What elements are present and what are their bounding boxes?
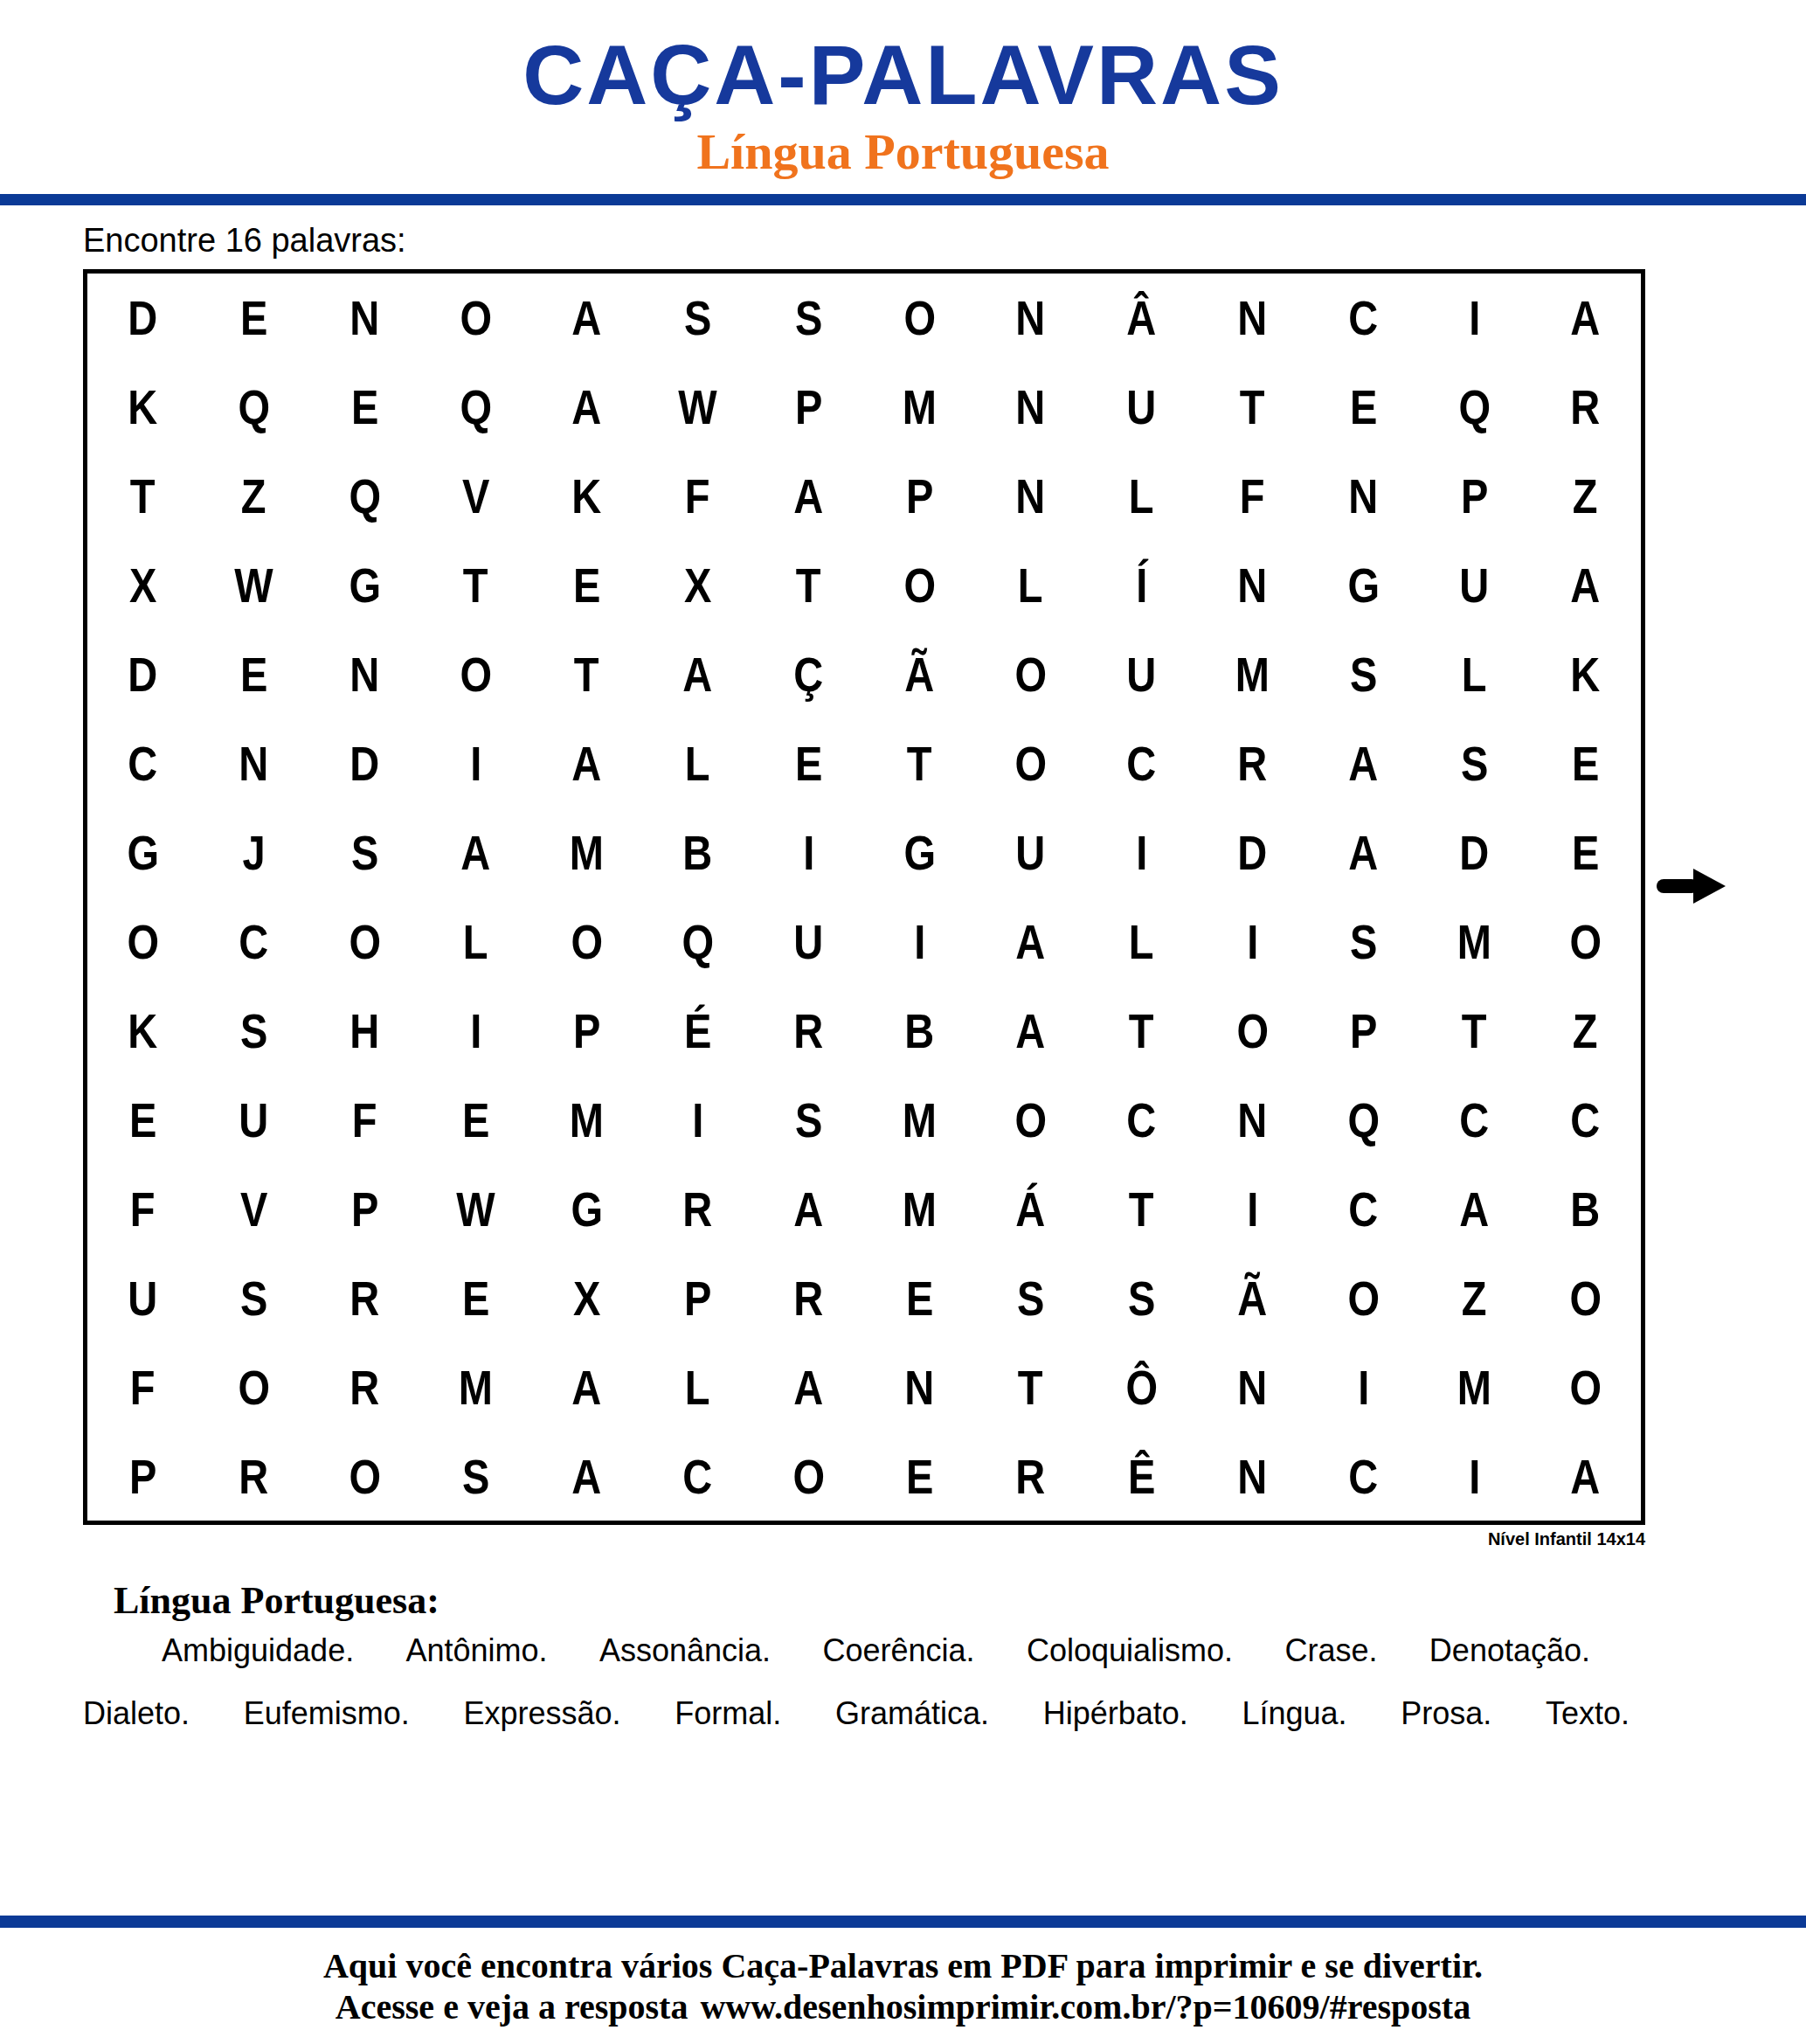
grid-cell-r14c3[interactable]: O: [309, 1431, 420, 1521]
grid-cell-r11c11[interactable]: I: [1197, 1164, 1308, 1253]
grid-letter: U: [1016, 824, 1046, 881]
grid-cell-r5c6[interactable]: A: [642, 630, 753, 719]
grid-cell-r5c13[interactable]: L: [1419, 630, 1530, 719]
grid-cell-r3c4[interactable]: V: [420, 452, 531, 541]
grid-letter: A: [1460, 1181, 1490, 1237]
grid-cell-r3c13[interactable]: P: [1419, 452, 1530, 541]
grid-letter: L: [1462, 646, 1487, 703]
grid-letter: O: [1014, 1091, 1047, 1148]
grid-letter: N: [1238, 289, 1268, 346]
grid-cell-r11c9[interactable]: Á: [975, 1164, 1086, 1253]
grid-cell-r11c4[interactable]: W: [420, 1164, 531, 1253]
grid-cell-r4c8[interactable]: O: [864, 541, 975, 630]
grid-letter: U: [239, 1091, 269, 1148]
grid-cell-r10c12[interactable]: Q: [1308, 1075, 1419, 1164]
grid-letter: B: [683, 824, 713, 881]
grid-cell-r4c9[interactable]: L: [975, 541, 1086, 630]
grid-cell-r6c4[interactable]: I: [420, 719, 531, 808]
grid-letter: P: [573, 1002, 600, 1059]
word-item: Prosa.: [1401, 1695, 1491, 1732]
grid-cell-r8c7[interactable]: U: [753, 897, 864, 987]
grid-cell-r12c10[interactable]: S: [1086, 1253, 1197, 1342]
grid-cell-r5c8[interactable]: Ã: [864, 630, 975, 719]
grid-cell-r5c5[interactable]: T: [531, 630, 642, 719]
grid-cell-r9c8[interactable]: B: [864, 986, 975, 1075]
grid-cell-r11c2[interactable]: V: [198, 1164, 309, 1253]
grid-cell-r8c8[interactable]: I: [864, 897, 975, 987]
grid-cell-r6c13[interactable]: S: [1419, 719, 1530, 808]
grid-cell-r7c2[interactable]: J: [198, 808, 309, 897]
grid-cell-r9c4[interactable]: I: [420, 986, 531, 1075]
grid-cell-r12c1[interactable]: U: [87, 1253, 198, 1342]
page: CAÇA-PALAVRAS Língua Portuguesa Encontre…: [0, 0, 1806, 2044]
grid-cell-r14c8[interactable]: E: [864, 1431, 975, 1521]
grid-letter: W: [678, 378, 716, 435]
word-list-line-1: Ambiguidade.Antônimo.Assonância.Coerênci…: [162, 1632, 1590, 1669]
grid-cell-r3c7[interactable]: A: [753, 452, 864, 541]
grid-cell-r3c12[interactable]: N: [1308, 452, 1419, 541]
grid-cell-r4c6[interactable]: X: [642, 541, 753, 630]
grid-cell-r3c3[interactable]: Q: [309, 452, 420, 541]
grid-cell-r13c9[interactable]: T: [975, 1342, 1086, 1431]
grid-cell-r5c3[interactable]: N: [309, 630, 420, 719]
grid-cell-r10c5[interactable]: M: [531, 1075, 642, 1164]
grid-letter: P: [684, 1270, 711, 1327]
grid-cell-r7c4[interactable]: A: [420, 808, 531, 897]
grid-letter: É: [684, 1002, 711, 1059]
grid-letter: P: [129, 1448, 156, 1505]
grid-cell-r1c5[interactable]: A: [531, 274, 642, 363]
grid-cell-r9c9[interactable]: A: [975, 986, 1086, 1075]
instruction-text: Encontre 16 palavras:: [83, 222, 406, 260]
grid-cell-r10c7[interactable]: S: [753, 1075, 864, 1164]
grid-letter: V: [462, 468, 489, 524]
grid-cell-r8c5[interactable]: O: [531, 897, 642, 987]
grid-letter: S: [1350, 646, 1377, 703]
grid-cell-r8c9[interactable]: A: [975, 897, 1086, 987]
grid-letter: Z: [1573, 468, 1598, 524]
grid-cell-r11c3[interactable]: P: [309, 1164, 420, 1253]
grid-letter: U: [1460, 557, 1490, 613]
grid-letter: S: [351, 824, 378, 881]
grid-cell-r8c14[interactable]: O: [1530, 897, 1641, 987]
grid-letter: R: [1571, 378, 1601, 435]
grid-letter: C: [239, 913, 269, 970]
grid-letter: O: [1569, 1270, 1602, 1327]
grid-cell-r14c13[interactable]: I: [1419, 1431, 1530, 1521]
grid-cell-r2c3[interactable]: E: [309, 363, 420, 452]
grid-letter: N: [1238, 1359, 1268, 1416]
grid-cell-r13c10[interactable]: Ô: [1086, 1342, 1197, 1431]
grid-cell-r13c5[interactable]: A: [531, 1342, 642, 1431]
grid-letter: O: [349, 913, 381, 970]
grid-cell-r7c10[interactable]: I: [1086, 808, 1197, 897]
grid-letter: N: [1016, 378, 1046, 435]
grid-letter: A: [572, 289, 602, 346]
grid-cell-r5c14[interactable]: K: [1530, 630, 1641, 719]
grid-letter: P: [351, 1181, 378, 1237]
grid-cell-r2c5[interactable]: A: [531, 363, 642, 452]
grid-cell-r5c1[interactable]: D: [87, 630, 198, 719]
grid-cell-r13c4[interactable]: M: [420, 1342, 531, 1431]
grid-letter: O: [1014, 735, 1047, 792]
grid-letter: P: [795, 378, 822, 435]
grid-cell-r14c5[interactable]: A: [531, 1431, 642, 1521]
grid-cell-r12c11[interactable]: Ã: [1197, 1253, 1308, 1342]
grid-cell-r13c8[interactable]: N: [864, 1342, 975, 1431]
grid-cell-r10c2[interactable]: U: [198, 1075, 309, 1164]
grid-letter: O: [127, 913, 159, 970]
grid-cell-r1c7[interactable]: S: [753, 274, 864, 363]
grid-letter: Á: [1016, 1181, 1046, 1237]
grid-letter: N: [350, 646, 380, 703]
grid-letter: K: [572, 468, 602, 524]
grid-cell-r5c7[interactable]: Ç: [753, 630, 864, 719]
grid-cell-r1c2[interactable]: E: [198, 274, 309, 363]
grid-letter: O: [238, 1359, 270, 1416]
footer-line-2-prefix: Acesse e veja a resposta: [336, 1987, 688, 2027]
footer-divider: [0, 1916, 1806, 1928]
grid-letter: P: [906, 468, 933, 524]
grid-cell-r3c2[interactable]: Z: [198, 452, 309, 541]
grid-cell-r2c7[interactable]: P: [753, 363, 864, 452]
grid-cell-r11c7[interactable]: A: [753, 1164, 864, 1253]
grid-letter: D: [350, 735, 380, 792]
grid-cell-r8c6[interactable]: Q: [642, 897, 753, 987]
footer-line-2: Acesse e veja a respostawww.desenhosimpr…: [0, 1986, 1806, 2027]
grid-cell-r8c2[interactable]: C: [198, 897, 309, 987]
grid-cell-r6c12[interactable]: A: [1308, 719, 1419, 808]
grid-cell-r13c6[interactable]: L: [642, 1342, 753, 1431]
grid-cell-r7c3[interactable]: S: [309, 808, 420, 897]
grid-letter: E: [462, 1091, 489, 1148]
grid-cell-r4c12[interactable]: G: [1308, 541, 1419, 630]
grid-cell-r9c3[interactable]: H: [309, 986, 420, 1075]
grid-cell-r14c14[interactable]: A: [1530, 1431, 1641, 1521]
grid-cell-r10c4[interactable]: E: [420, 1075, 531, 1164]
grid-cell-r8c11[interactable]: I: [1197, 897, 1308, 987]
grid-cell-r5c2[interactable]: E: [198, 630, 309, 719]
grid-cell-r11c6[interactable]: R: [642, 1164, 753, 1253]
grid-cell-r8c13[interactable]: M: [1419, 897, 1530, 987]
grid-cell-r8c4[interactable]: L: [420, 897, 531, 987]
grid-cell-r11c5[interactable]: G: [531, 1164, 642, 1253]
grid-cell-r13c13[interactable]: M: [1419, 1342, 1530, 1431]
grid-letter: L: [1129, 913, 1154, 970]
grid-cell-r6c5[interactable]: A: [531, 719, 642, 808]
grid-letter: R: [239, 1448, 269, 1505]
grid-letter: Z: [241, 468, 266, 524]
grid-cell-r6c8[interactable]: T: [864, 719, 975, 808]
grid-cell-r12c4[interactable]: E: [420, 1253, 531, 1342]
grid-cell-r5c4[interactable]: O: [420, 630, 531, 719]
grid-cell-r11c14[interactable]: B: [1530, 1164, 1641, 1253]
grid-cell-r14c9[interactable]: R: [975, 1431, 1086, 1521]
grid-cell-r1c12[interactable]: C: [1308, 274, 1419, 363]
grid-cell-r4c1[interactable]: X: [87, 541, 198, 630]
grid-cell-r13c14[interactable]: O: [1530, 1342, 1641, 1431]
grid-letter: T: [574, 646, 599, 703]
grid-cell-r10c9[interactable]: O: [975, 1075, 1086, 1164]
grid-cell-r9c12[interactable]: P: [1308, 986, 1419, 1075]
grid-cell-r4c11[interactable]: N: [1197, 541, 1308, 630]
grid-cell-r4c3[interactable]: G: [309, 541, 420, 630]
grid-cell-r6c7[interactable]: E: [753, 719, 864, 808]
grid-letter: V: [240, 1181, 267, 1237]
grid-letter: L: [1129, 468, 1154, 524]
grid-cell-r9c6[interactable]: É: [642, 986, 753, 1075]
grid-cell-r11c13[interactable]: A: [1419, 1164, 1530, 1253]
grid-cell-r6c10[interactable]: C: [1086, 719, 1197, 808]
grid-cell-r4c13[interactable]: U: [1419, 541, 1530, 630]
grid-letter: B: [905, 1002, 935, 1059]
grid-letter: A: [572, 735, 602, 792]
grid-cell-r12c12[interactable]: O: [1308, 1253, 1419, 1342]
grid-letter: O: [1236, 1002, 1269, 1059]
grid-cell-r6c11[interactable]: R: [1197, 719, 1308, 808]
grid-letter: S: [795, 289, 822, 346]
grid-cell-r7c1[interactable]: G: [87, 808, 198, 897]
grid-cell-r3c5[interactable]: K: [531, 452, 642, 541]
grid-cell-r10c14[interactable]: C: [1530, 1075, 1641, 1164]
word-item: Crase.: [1284, 1632, 1377, 1669]
grid-cell-r2c9[interactable]: N: [975, 363, 1086, 452]
grid-cell-r12c6[interactable]: P: [642, 1253, 753, 1342]
grid-cell-r13c11[interactable]: N: [1197, 1342, 1308, 1431]
grid-cell-r4c4[interactable]: T: [420, 541, 531, 630]
grid-cell-r12c5[interactable]: X: [531, 1253, 642, 1342]
grid-letter: U: [1127, 646, 1157, 703]
grid-letter: E: [1350, 378, 1377, 435]
grid-cell-r14c12[interactable]: C: [1308, 1431, 1419, 1521]
grid-letter: C: [1349, 1181, 1379, 1237]
grid-cell-r13c3[interactable]: R: [309, 1342, 420, 1431]
grid-cell-r14c7[interactable]: O: [753, 1431, 864, 1521]
grid-cell-r10c3[interactable]: F: [309, 1075, 420, 1164]
grid-letter: R: [794, 1270, 824, 1327]
word-item: Denotação.: [1429, 1632, 1590, 1669]
grid-letter: N: [905, 1359, 935, 1416]
grid-cell-r8c3[interactable]: O: [309, 897, 420, 987]
word-item: Antônimo.: [406, 1632, 548, 1669]
grid-cell-r7c13[interactable]: D: [1419, 808, 1530, 897]
grid-letter: X: [573, 1270, 600, 1327]
word-item: Formal.: [675, 1695, 781, 1732]
grid-cell-r7c5[interactable]: M: [531, 808, 642, 897]
grid-cell-r3c14[interactable]: Z: [1530, 452, 1641, 541]
grid-cell-r12c8[interactable]: E: [864, 1253, 975, 1342]
grid-cell-r1c4[interactable]: O: [420, 274, 531, 363]
grid-cell-r11c12[interactable]: C: [1308, 1164, 1419, 1253]
grid-cell-r2c14[interactable]: R: [1530, 363, 1641, 452]
grid-cell-r14c10[interactable]: Ê: [1086, 1431, 1197, 1521]
grid-cell-r14c6[interactable]: C: [642, 1431, 753, 1521]
grid-cell-r9c2[interactable]: S: [198, 986, 309, 1075]
grid-letter: O: [571, 913, 603, 970]
grid-cell-r3c10[interactable]: L: [1086, 452, 1197, 541]
grid-cell-r7c7[interactable]: I: [753, 808, 864, 897]
grid-cell-r5c11[interactable]: M: [1197, 630, 1308, 719]
grid-cell-r12c13[interactable]: Z: [1419, 1253, 1530, 1342]
grid-cell-r7c8[interactable]: G: [864, 808, 975, 897]
grid-letter: R: [1238, 735, 1268, 792]
grid-letter: D: [1460, 824, 1490, 881]
grid-letter: H: [350, 1002, 380, 1059]
grid-letter: Q: [1347, 1091, 1380, 1148]
grid-cell-r5c9[interactable]: O: [975, 630, 1086, 719]
grid-cell-r2c10[interactable]: U: [1086, 363, 1197, 452]
grid-cell-r3c8[interactable]: P: [864, 452, 975, 541]
grid-letter: O: [792, 1448, 825, 1505]
grid-letter: I: [1469, 289, 1480, 346]
word-item: Coerência.: [823, 1632, 975, 1669]
grid-cell-r10c11[interactable]: N: [1197, 1075, 1308, 1164]
grid-letter: X: [129, 557, 156, 613]
grid-cell-r6c3[interactable]: D: [309, 719, 420, 808]
grid-cell-r14c2[interactable]: R: [198, 1431, 309, 1521]
grid-cell-r10c13[interactable]: C: [1419, 1075, 1530, 1164]
grid-letter: L: [1018, 557, 1043, 613]
word-item: Coloquialismo.: [1027, 1632, 1233, 1669]
grid-cell-r1c6[interactable]: S: [642, 274, 753, 363]
grid-cell-r3c1[interactable]: T: [87, 452, 198, 541]
grid-cell-r11c8[interactable]: M: [864, 1164, 975, 1253]
response-url[interactable]: www.desenhosimprimir.com.br/?p=10609/#re…: [700, 1987, 1470, 2027]
grid-letter: F: [130, 1181, 156, 1237]
grid-letter: O: [1014, 646, 1047, 703]
grid-cell-r8c10[interactable]: L: [1086, 897, 1197, 987]
grid-cell-r1c8[interactable]: O: [864, 274, 975, 363]
word-item: Hipérbato.: [1043, 1695, 1188, 1732]
grid-cell-r4c7[interactable]: T: [753, 541, 864, 630]
grid-cell-r11c1[interactable]: F: [87, 1164, 198, 1253]
grid-letter: W: [234, 557, 273, 613]
grid-cell-r7c12[interactable]: A: [1308, 808, 1419, 897]
grid-cell-r12c9[interactable]: S: [975, 1253, 1086, 1342]
grid-cell-r10c1[interactable]: E: [87, 1075, 198, 1164]
grid-letter: S: [462, 1448, 489, 1505]
grid-cell-r2c2[interactable]: Q: [198, 363, 309, 452]
grid-cell-r12c14[interactable]: O: [1530, 1253, 1641, 1342]
grid-letter: N: [239, 735, 269, 792]
grid-letter: I: [470, 1002, 481, 1059]
grid-cell-r1c14[interactable]: A: [1530, 274, 1641, 363]
grid-letter: D: [1238, 824, 1268, 881]
grid-cell-r1c13[interactable]: I: [1419, 274, 1530, 363]
grid-cell-r14c11[interactable]: N: [1197, 1431, 1308, 1521]
grid-cell-r2c1[interactable]: K: [87, 363, 198, 452]
grid-letter: Ô: [1125, 1359, 1158, 1416]
grid-cell-r10c10[interactable]: C: [1086, 1075, 1197, 1164]
grid-letter: W: [456, 1181, 495, 1237]
grid-cell-r1c11[interactable]: N: [1197, 274, 1308, 363]
grid-cell-r6c14[interactable]: E: [1530, 719, 1641, 808]
grid-cell-r6c6[interactable]: L: [642, 719, 753, 808]
grid-cell-r1c1[interactable]: D: [87, 274, 198, 363]
grid-cell-r6c2[interactable]: N: [198, 719, 309, 808]
grid-letter: G: [903, 824, 936, 881]
grid-cell-r2c4[interactable]: Q: [420, 363, 531, 452]
grid-cell-r6c1[interactable]: C: [87, 719, 198, 808]
grid-cell-r13c7[interactable]: A: [753, 1342, 864, 1431]
grid-cell-r7c6[interactable]: B: [642, 808, 753, 897]
grid-cell-r5c10[interactable]: U: [1086, 630, 1197, 719]
grid-letter: M: [1457, 1359, 1491, 1416]
grid-letter: S: [795, 1091, 822, 1148]
grid-letter: I: [1247, 913, 1258, 970]
grid-letter: E: [795, 735, 822, 792]
grid-cell-r12c7[interactable]: R: [753, 1253, 864, 1342]
grid-cell-r2c8[interactable]: M: [864, 363, 975, 452]
grid-cell-r12c3[interactable]: R: [309, 1253, 420, 1342]
grid-cell-r3c9[interactable]: N: [975, 452, 1086, 541]
grid-cell-r12c2[interactable]: S: [198, 1253, 309, 1342]
grid-cell-r3c6[interactable]: F: [642, 452, 753, 541]
grid-letter: I: [692, 1091, 703, 1148]
grid-cell-r8c12[interactable]: S: [1308, 897, 1419, 987]
grid-cell-r14c1[interactable]: P: [87, 1431, 198, 1521]
grid-cell-r6c9[interactable]: O: [975, 719, 1086, 808]
grid-letter: I: [1247, 1181, 1258, 1237]
grid-cell-r10c8[interactable]: M: [864, 1075, 975, 1164]
grid-letter: R: [683, 1181, 713, 1237]
grid-letter: I: [470, 735, 481, 792]
grid-cell-r3c11[interactable]: F: [1197, 452, 1308, 541]
grid-letter: M: [570, 1091, 604, 1148]
grid-cell-r11c10[interactable]: T: [1086, 1164, 1197, 1253]
grid-letter: M: [1235, 646, 1270, 703]
grid-cell-r7c11[interactable]: D: [1197, 808, 1308, 897]
grid-cell-r13c2[interactable]: O: [198, 1342, 309, 1431]
grid-cell-r9c5[interactable]: P: [531, 986, 642, 1075]
grid-cell-r4c5[interactable]: E: [531, 541, 642, 630]
grid-cell-r5c12[interactable]: S: [1308, 630, 1419, 719]
grid-letter: I: [1358, 1359, 1369, 1416]
grid-cell-r2c13[interactable]: Q: [1419, 363, 1530, 452]
grid-cell-r14c4[interactable]: S: [420, 1431, 531, 1521]
grid-cell-r4c14[interactable]: A: [1530, 541, 1641, 630]
grid-cell-r2c12[interactable]: E: [1308, 363, 1419, 452]
grid-cell-r4c10[interactable]: Í: [1086, 541, 1197, 630]
grid-cell-r9c11[interactable]: O: [1197, 986, 1308, 1075]
grid-letter: C: [1571, 1091, 1601, 1148]
grid-cell-r9c13[interactable]: T: [1419, 986, 1530, 1075]
grid-letter: R: [350, 1359, 380, 1416]
grid-cell-r9c10[interactable]: T: [1086, 986, 1197, 1075]
grid-letter: R: [1016, 1448, 1046, 1505]
grid-cell-r7c9[interactable]: U: [975, 808, 1086, 897]
grid-cell-r2c11[interactable]: T: [1197, 363, 1308, 452]
grid-cell-r9c1[interactable]: K: [87, 986, 198, 1075]
grid-letter: E: [129, 1091, 156, 1148]
grid-cell-r10c6[interactable]: I: [642, 1075, 753, 1164]
grid-letter: F: [130, 1359, 156, 1416]
grid-cell-r2c6[interactable]: W: [642, 363, 753, 452]
grid-cell-r7c14[interactable]: E: [1530, 808, 1641, 897]
grid-letter: R: [794, 1002, 824, 1059]
grid-letter: N: [350, 289, 380, 346]
grid-cell-r13c1[interactable]: F: [87, 1342, 198, 1431]
grid-cell-r9c7[interactable]: R: [753, 986, 864, 1075]
grid-cell-r1c3[interactable]: N: [309, 274, 420, 363]
grid-letter: I: [1136, 824, 1147, 881]
grid-cell-r1c10[interactable]: Â: [1086, 274, 1197, 363]
grid-cell-r13c12[interactable]: I: [1308, 1342, 1419, 1431]
grid-cell-r9c14[interactable]: Z: [1530, 986, 1641, 1075]
grid-cell-r8c1[interactable]: O: [87, 897, 198, 987]
grid-cell-r4c2[interactable]: W: [198, 541, 309, 630]
grid-cell-r1c9[interactable]: N: [975, 274, 1086, 363]
